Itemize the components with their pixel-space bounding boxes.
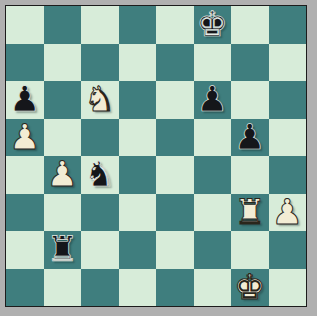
square-b7[interactable] — [44, 44, 82, 82]
square-g3[interactable]: ♜ — [231, 194, 269, 232]
square-d5[interactable] — [119, 119, 157, 157]
square-f4[interactable] — [194, 156, 232, 194]
square-a7[interactable] — [6, 44, 44, 82]
square-b8[interactable] — [44, 6, 82, 44]
square-e8[interactable] — [156, 6, 194, 44]
square-a2[interactable] — [6, 231, 44, 269]
piece-black-king[interactable]: ♚ — [197, 6, 228, 43]
square-a4[interactable] — [6, 156, 44, 194]
piece-white-pawn[interactable]: ♟ — [9, 119, 40, 156]
square-a3[interactable] — [6, 194, 44, 232]
square-c6[interactable]: ♞ — [81, 81, 119, 119]
square-d2[interactable] — [119, 231, 157, 269]
square-c5[interactable] — [81, 119, 119, 157]
square-b3[interactable] — [44, 194, 82, 232]
square-g1[interactable]: ♚ — [231, 269, 269, 307]
square-d7[interactable] — [119, 44, 157, 82]
square-e5[interactable] — [156, 119, 194, 157]
square-f6[interactable]: ♟ — [194, 81, 232, 119]
square-a8[interactable] — [6, 6, 44, 44]
board-frame: ♚♟♞♟♟♟♟♞♜♟♜♚ — [5, 5, 307, 307]
square-b4[interactable]: ♟ — [44, 156, 82, 194]
piece-white-pawn[interactable]: ♟ — [272, 194, 303, 231]
square-c7[interactable] — [81, 44, 119, 82]
square-h1[interactable] — [269, 269, 307, 307]
square-c1[interactable] — [81, 269, 119, 307]
square-h5[interactable] — [269, 119, 307, 157]
piece-black-knight[interactable]: ♞ — [84, 156, 115, 193]
square-h7[interactable] — [269, 44, 307, 82]
square-a5[interactable]: ♟ — [6, 119, 44, 157]
square-b1[interactable] — [44, 269, 82, 307]
square-e2[interactable] — [156, 231, 194, 269]
square-c2[interactable] — [81, 231, 119, 269]
square-f8[interactable]: ♚ — [194, 6, 232, 44]
square-a1[interactable] — [6, 269, 44, 307]
square-h8[interactable] — [269, 6, 307, 44]
piece-white-knight[interactable]: ♞ — [84, 81, 115, 118]
square-e1[interactable] — [156, 269, 194, 307]
square-d4[interactable] — [119, 156, 157, 194]
square-d1[interactable] — [119, 269, 157, 307]
piece-black-pawn[interactable]: ♟ — [197, 81, 228, 118]
square-g4[interactable] — [231, 156, 269, 194]
square-h4[interactable] — [269, 156, 307, 194]
square-b6[interactable] — [44, 81, 82, 119]
square-h2[interactable] — [269, 231, 307, 269]
square-g7[interactable] — [231, 44, 269, 82]
piece-black-rook[interactable]: ♜ — [47, 231, 78, 268]
square-c3[interactable] — [81, 194, 119, 232]
square-b2[interactable]: ♜ — [44, 231, 82, 269]
square-h6[interactable] — [269, 81, 307, 119]
square-g2[interactable] — [231, 231, 269, 269]
square-d8[interactable] — [119, 6, 157, 44]
square-d6[interactable] — [119, 81, 157, 119]
square-e6[interactable] — [156, 81, 194, 119]
piece-white-king[interactable]: ♚ — [234, 269, 265, 306]
square-f1[interactable] — [194, 269, 232, 307]
square-g5[interactable]: ♟ — [231, 119, 269, 157]
piece-black-pawn[interactable]: ♟ — [234, 119, 265, 156]
screenshot-root: ♚♟♞♟♟♟♟♞♜♟♜♚ — [0, 0, 317, 316]
square-c8[interactable] — [81, 6, 119, 44]
square-f5[interactable] — [194, 119, 232, 157]
square-d3[interactable] — [119, 194, 157, 232]
piece-white-pawn[interactable]: ♟ — [47, 156, 78, 193]
square-f2[interactable] — [194, 231, 232, 269]
square-h3[interactable]: ♟ — [269, 194, 307, 232]
square-a6[interactable]: ♟ — [6, 81, 44, 119]
square-e3[interactable] — [156, 194, 194, 232]
square-e4[interactable] — [156, 156, 194, 194]
piece-white-rook[interactable]: ♜ — [234, 194, 265, 231]
square-f3[interactable] — [194, 194, 232, 232]
square-e7[interactable] — [156, 44, 194, 82]
square-c4[interactable]: ♞ — [81, 156, 119, 194]
square-g8[interactable] — [231, 6, 269, 44]
chess-board: ♚♟♞♟♟♟♟♞♜♟♜♚ — [6, 6, 306, 306]
square-b5[interactable] — [44, 119, 82, 157]
square-f7[interactable] — [194, 44, 232, 82]
square-g6[interactable] — [231, 81, 269, 119]
piece-black-pawn[interactable]: ♟ — [9, 81, 40, 118]
